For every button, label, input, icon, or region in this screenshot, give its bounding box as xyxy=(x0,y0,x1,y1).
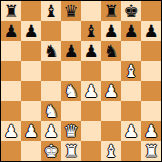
white-pawn[interactable]: ♟ xyxy=(103,81,118,101)
square-b4[interactable] xyxy=(21,81,41,101)
square-d5[interactable] xyxy=(61,61,81,81)
square-g1[interactable] xyxy=(121,141,141,161)
white-pawn[interactable]: ♟ xyxy=(23,121,38,141)
square-e4[interactable]: ♟ xyxy=(81,81,101,101)
square-c4[interactable] xyxy=(41,81,61,101)
black-rook[interactable]: ♜ xyxy=(103,1,118,21)
white-king[interactable]: ♚ xyxy=(43,141,58,161)
white-knight[interactable]: ♞ xyxy=(43,101,58,121)
white-rook[interactable]: ♜ xyxy=(143,141,158,161)
black-pawn[interactable]: ♟ xyxy=(123,21,138,41)
square-b3[interactable] xyxy=(21,101,41,121)
black-bishop[interactable]: ♝ xyxy=(83,21,98,41)
square-d8[interactable]: ♛ xyxy=(61,1,81,21)
square-g8[interactable]: ♚ xyxy=(121,1,141,21)
black-pawn[interactable]: ♟ xyxy=(3,21,18,41)
square-c3[interactable]: ♞ xyxy=(41,101,61,121)
square-a4[interactable] xyxy=(1,81,21,101)
square-g2[interactable]: ♟ xyxy=(121,121,141,141)
white-pawn[interactable]: ♟ xyxy=(43,121,58,141)
square-h4[interactable] xyxy=(141,81,161,101)
square-a3[interactable] xyxy=(1,101,21,121)
black-pawn[interactable]: ♟ xyxy=(63,41,78,61)
square-f4[interactable]: ♟ xyxy=(101,81,121,101)
square-a1[interactable] xyxy=(1,141,21,161)
chess-board: ♜♝♛♜♚♟♟♝♟♟♟♞♟♟♞♝♞♟♟♞♟♟♟♛♟♟♚♜♝♜ xyxy=(1,1,161,161)
square-b2[interactable]: ♟ xyxy=(21,121,41,141)
square-f1[interactable]: ♝ xyxy=(101,141,121,161)
square-d4[interactable]: ♞ xyxy=(61,81,81,101)
white-queen[interactable]: ♛ xyxy=(63,121,78,141)
square-g6[interactable] xyxy=(121,41,141,61)
square-f8[interactable]: ♜ xyxy=(101,1,121,21)
square-f2[interactable] xyxy=(101,121,121,141)
black-bishop[interactable]: ♝ xyxy=(43,1,58,21)
white-bishop[interactable]: ♝ xyxy=(103,141,118,161)
black-pawn[interactable]: ♟ xyxy=(103,21,118,41)
square-b8[interactable] xyxy=(21,1,41,21)
square-h5[interactable] xyxy=(141,61,161,81)
square-c6[interactable]: ♞ xyxy=(41,41,61,61)
white-pawn[interactable]: ♟ xyxy=(83,81,98,101)
black-pawn[interactable]: ♟ xyxy=(83,41,98,61)
white-pawn[interactable]: ♟ xyxy=(143,121,158,141)
square-d6[interactable]: ♟ xyxy=(61,41,81,61)
square-e2[interactable] xyxy=(81,121,101,141)
square-h6[interactable] xyxy=(141,41,161,61)
black-knight[interactable]: ♞ xyxy=(43,41,58,61)
square-d3[interactable] xyxy=(61,101,81,121)
square-f6[interactable]: ♞ xyxy=(101,41,121,61)
black-pawn[interactable]: ♟ xyxy=(23,21,38,41)
square-g3[interactable] xyxy=(121,101,141,121)
square-b5[interactable] xyxy=(21,61,41,81)
black-king[interactable]: ♚ xyxy=(123,1,138,21)
black-knight[interactable]: ♞ xyxy=(103,41,118,61)
square-e5[interactable] xyxy=(81,61,101,81)
square-b6[interactable] xyxy=(21,41,41,61)
square-f3[interactable] xyxy=(101,101,121,121)
white-knight[interactable]: ♞ xyxy=(63,81,78,101)
black-pawn[interactable]: ♟ xyxy=(143,21,158,41)
square-h3[interactable] xyxy=(141,101,161,121)
square-d7[interactable] xyxy=(61,21,81,41)
square-a8[interactable]: ♜ xyxy=(1,1,21,21)
black-queen[interactable]: ♛ xyxy=(63,1,78,21)
square-h1[interactable]: ♜ xyxy=(141,141,161,161)
square-c2[interactable]: ♟ xyxy=(41,121,61,141)
square-e7[interactable]: ♝ xyxy=(81,21,101,41)
square-g7[interactable]: ♟ xyxy=(121,21,141,41)
square-d2[interactable]: ♛ xyxy=(61,121,81,141)
square-h8[interactable] xyxy=(141,1,161,21)
square-c8[interactable]: ♝ xyxy=(41,1,61,21)
square-h7[interactable]: ♟ xyxy=(141,21,161,41)
white-pawn[interactable]: ♟ xyxy=(3,121,18,141)
square-c5[interactable] xyxy=(41,61,61,81)
square-f7[interactable]: ♟ xyxy=(101,21,121,41)
square-c1[interactable]: ♚ xyxy=(41,141,61,161)
square-a2[interactable]: ♟ xyxy=(1,121,21,141)
square-c7[interactable] xyxy=(41,21,61,41)
square-b1[interactable] xyxy=(21,141,41,161)
square-e1[interactable] xyxy=(81,141,101,161)
chess-board-frame: ♜♝♛♜♚♟♟♝♟♟♟♞♟♟♞♝♞♟♟♞♟♟♟♛♟♟♚♜♝♜ xyxy=(0,0,162,162)
square-a5[interactable] xyxy=(1,61,21,81)
square-a6[interactable] xyxy=(1,41,21,61)
white-pawn[interactable]: ♟ xyxy=(123,121,138,141)
square-a7[interactable]: ♟ xyxy=(1,21,21,41)
square-g5[interactable]: ♝ xyxy=(121,61,141,81)
square-g4[interactable] xyxy=(121,81,141,101)
square-e6[interactable]: ♟ xyxy=(81,41,101,61)
black-rook[interactable]: ♜ xyxy=(3,1,18,21)
white-rook[interactable]: ♜ xyxy=(63,141,78,161)
square-d1[interactable]: ♜ xyxy=(61,141,81,161)
square-e3[interactable] xyxy=(81,101,101,121)
square-h2[interactable]: ♟ xyxy=(141,121,161,141)
white-bishop[interactable]: ♝ xyxy=(123,61,138,81)
square-b7[interactable]: ♟ xyxy=(21,21,41,41)
square-f5[interactable] xyxy=(101,61,121,81)
square-e8[interactable] xyxy=(81,1,101,21)
